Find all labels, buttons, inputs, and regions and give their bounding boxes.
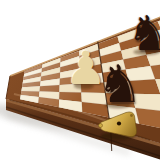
board-svg [0, 0, 160, 160]
chessboard-photo: ♟♞♞ [0, 0, 160, 160]
